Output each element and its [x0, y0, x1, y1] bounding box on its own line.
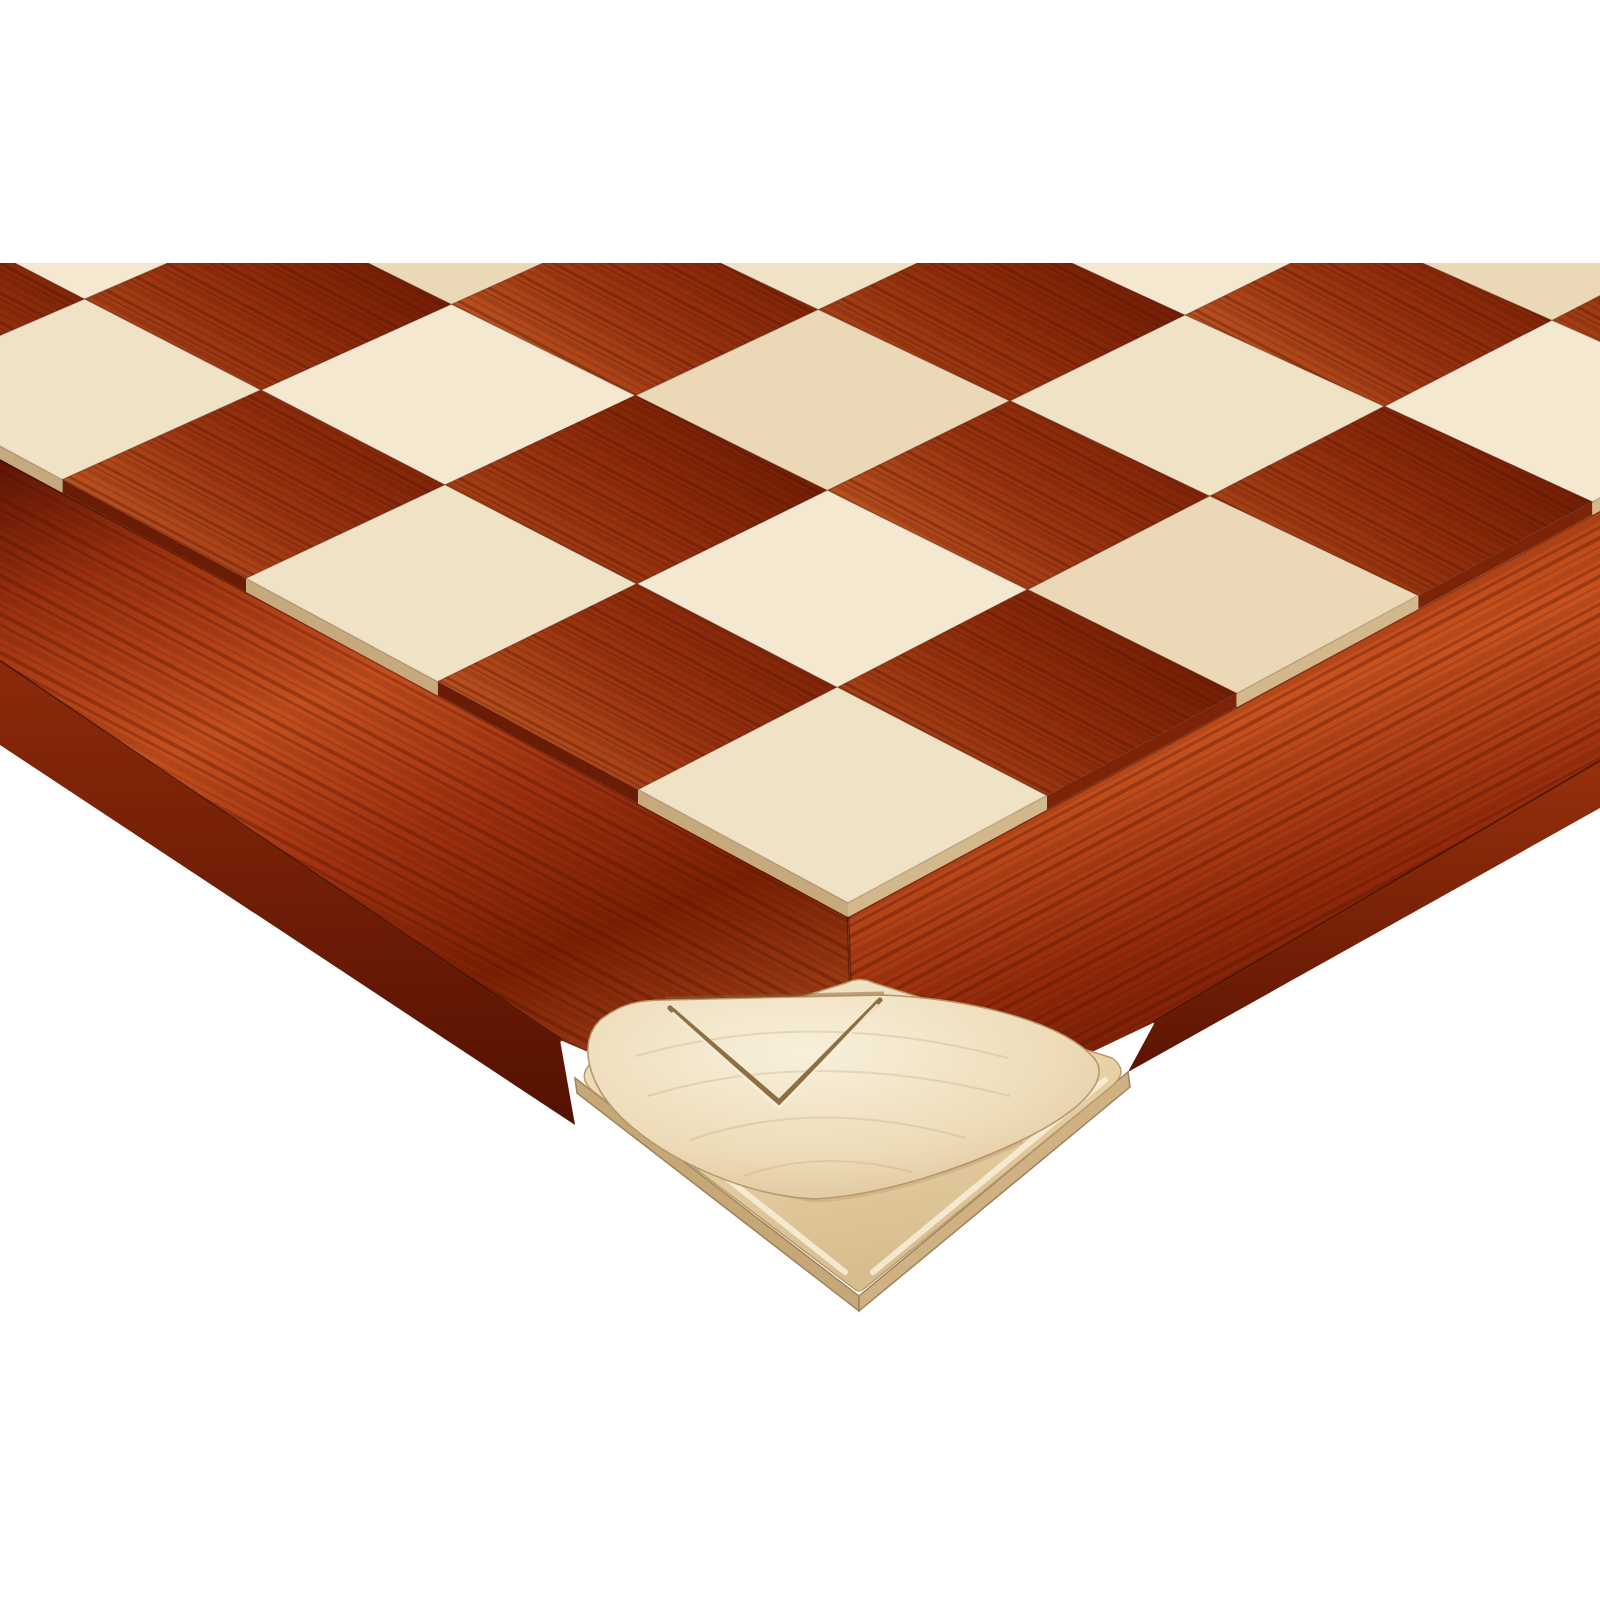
photo-stage	[0, 0, 1600, 1600]
chessboard-photo	[0, 0, 1600, 1600]
photo-crop-top	[0, 0, 1600, 263]
